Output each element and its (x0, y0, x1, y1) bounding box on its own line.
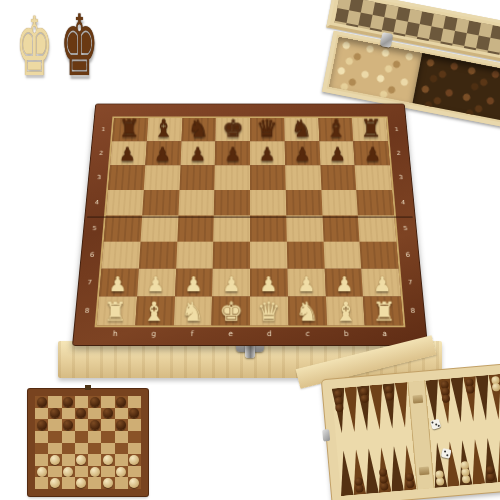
checkers-square (128, 466, 141, 478)
checker-piece-dark (90, 420, 100, 430)
checkers-square (75, 454, 88, 466)
board-square (250, 215, 287, 241)
checkers-square (101, 431, 114, 443)
checker-piece-light (129, 478, 139, 488)
hinge-icon (419, 466, 430, 475)
checkers-square (115, 454, 128, 466)
chess-piece-dark-k: ♚ (222, 117, 244, 141)
product-photo-canvas: { "game": "chess (3-in-1 folding wooden … (0, 0, 500, 500)
rank-label: 4 (90, 190, 103, 215)
checkers-square (101, 396, 114, 408)
checkers-square (88, 431, 101, 443)
chess-piece-dark-q: ♛ (256, 117, 278, 141)
clasp-icon (322, 429, 330, 442)
checkers-square (128, 431, 141, 443)
file-labels: hgfedcba (95, 329, 404, 341)
checker-piece-light (50, 478, 60, 488)
chess-piece-light-r: ♜ (372, 298, 396, 325)
rank-label: 1 (97, 118, 110, 141)
backgammon-point (344, 386, 361, 432)
chess-piece-light-b: ♝ (142, 298, 166, 325)
board-square (179, 165, 215, 190)
board-square: ♞ (284, 118, 319, 141)
rank-label: 2 (95, 141, 108, 165)
board-square: ♜ (352, 118, 388, 141)
checker-piece-light (76, 478, 86, 488)
checkers-square (128, 419, 141, 431)
chess-piece-light-p: ♟ (335, 275, 353, 295)
checker-piece-dark (116, 397, 126, 407)
backgammon-point (337, 450, 354, 496)
checker-piece-light (63, 467, 73, 477)
board-square (214, 190, 250, 215)
board-square (322, 215, 360, 241)
board-square: ♟ (353, 141, 389, 165)
rank-label: 2 (392, 141, 405, 165)
board-square (323, 242, 361, 269)
board-square: ♚ (216, 118, 250, 141)
checkers-square (35, 408, 48, 420)
checkers-square (101, 454, 114, 466)
checker-piece-dark (90, 397, 100, 407)
board-frame: 12345678 12345678 hgfedcba ♜♝♞♚♛♞♝♜♟♟♟♟♟… (72, 104, 428, 346)
board-square: ♟ (284, 141, 319, 165)
board-square: ♟ (180, 141, 215, 165)
checker-piece-dark (50, 408, 60, 418)
backgammon-points-row (337, 444, 417, 496)
chess-piece-light-p: ♟ (147, 275, 165, 295)
board-square: ♟ (110, 141, 146, 165)
board-square (285, 165, 321, 190)
chess-squares-grid: ♜♝♞♚♛♞♝♜♟♟♟♟♟♟♟♟♟♟♟♟♟♟♟♟♜♝♞♚♛♞♝♜ (97, 118, 404, 325)
checkers-square (75, 477, 88, 489)
board-square: ♟ (145, 141, 181, 165)
chess-piece-light-p: ♟ (109, 275, 127, 295)
checkers-square (62, 419, 75, 431)
checkers-square (48, 431, 61, 443)
board-square: ♟ (250, 269, 288, 297)
chess-piece-light-p: ♟ (373, 275, 391, 295)
board-square: ♟ (287, 269, 325, 297)
checkers-square (35, 419, 48, 431)
board-square (358, 215, 396, 241)
file-label: h (95, 329, 134, 341)
checkers-board-view (28, 389, 148, 496)
board-square (287, 242, 325, 269)
checkers-square (88, 477, 101, 489)
rank-label: 7 (83, 269, 97, 297)
rank-label: 4 (397, 190, 410, 215)
board-square (139, 242, 177, 269)
checkers-square (62, 443, 75, 455)
chess-piece-dark-r: ♜ (360, 117, 382, 141)
rank-label: 7 (403, 269, 417, 297)
board-square: ♟ (361, 269, 400, 297)
checkers-square (62, 431, 75, 443)
chess-piece-light-p: ♟ (222, 275, 240, 295)
checkers-square (128, 396, 141, 408)
board-square: ♝ (318, 118, 353, 141)
checker-piece-light (129, 455, 139, 465)
checker-piece-dark (103, 408, 113, 418)
chess-piece-dark-p: ♟ (154, 146, 171, 165)
board-square: ♜ (363, 297, 403, 326)
checkers-square (35, 454, 48, 466)
chess-piece-light-n: ♞ (181, 298, 205, 325)
board-square: ♟ (250, 141, 285, 165)
checker-piece-light (116, 467, 126, 477)
board-square (144, 165, 181, 190)
board-square: ♟ (99, 269, 138, 297)
board-square (356, 190, 394, 215)
board-square (176, 242, 214, 269)
checkers-square (88, 443, 101, 455)
checkers-square (115, 477, 128, 489)
checkers-square (35, 431, 48, 443)
chess-piece-light-n: ♞ (295, 298, 319, 325)
backgammon-points-row (332, 382, 412, 434)
checkers-square (48, 454, 61, 466)
board-square (215, 165, 250, 190)
chess-piece-dark-p: ♟ (294, 146, 311, 165)
file-label: d (250, 329, 289, 341)
chess-piece-dark-b: ♝ (325, 117, 347, 141)
checkers-square (48, 396, 61, 408)
chess-piece-dark-p: ♟ (189, 146, 206, 165)
checkers-square (128, 454, 141, 466)
checkers-square (101, 408, 114, 420)
chess-piece-dark-r: ♜ (119, 117, 141, 141)
rank-label: 3 (92, 165, 105, 190)
checkers-square (48, 477, 61, 489)
file-label: b (327, 329, 366, 341)
checkers-square (48, 408, 61, 420)
board-square: ♞ (181, 118, 216, 141)
checkers-square (62, 396, 75, 408)
board-square: ♚ (212, 297, 250, 326)
checker-piece-light (76, 455, 86, 465)
checkers-square (62, 477, 75, 489)
checkers-square (101, 443, 114, 455)
board-square (104, 215, 142, 241)
backgammon-half-left (332, 382, 417, 496)
chess-piece-dark-n: ♞ (188, 117, 210, 141)
checkers-square (88, 419, 101, 431)
chess-piece-dark-p: ♟ (364, 146, 381, 165)
board-square: ♞ (288, 297, 327, 326)
board-square (285, 190, 322, 215)
chess-piece-light-p: ♟ (260, 275, 278, 295)
chess-piece-light-p: ♟ (184, 275, 202, 295)
chess-piece-dark-p: ♟ (119, 146, 136, 165)
chess-piece-dark-p: ♟ (224, 146, 241, 165)
checkers-square (75, 419, 88, 431)
file-label: a (365, 329, 404, 341)
checkers-square (35, 396, 48, 408)
file-label: f (173, 329, 212, 341)
backgammon-point (469, 438, 486, 484)
board-square (286, 215, 323, 241)
board-square (250, 242, 287, 269)
checker-piece-light (37, 467, 47, 477)
backgammon-point (362, 448, 379, 494)
checkers-square (88, 454, 101, 466)
board-square: ♛ (250, 297, 288, 326)
board-square (250, 190, 286, 215)
backgammon-point (451, 377, 468, 423)
hinge-icon (413, 395, 424, 404)
checkers-square (115, 408, 128, 420)
rank-label: 8 (406, 297, 420, 326)
checkers-square (35, 477, 48, 489)
checkers-square (128, 477, 141, 489)
chess-piece-dark-b: ♝ (153, 117, 175, 141)
chess-piece-light-p: ♟ (297, 275, 315, 295)
rank-label: 3 (394, 165, 407, 190)
board-square (213, 242, 250, 269)
checkers-square (35, 443, 48, 455)
backgammon-point (425, 379, 442, 425)
checkers-square (62, 408, 75, 420)
chess-piece-light-b: ♝ (334, 298, 358, 325)
checkers-square (48, 443, 61, 455)
backgammon-checker-light (491, 383, 500, 392)
checkers-square (115, 396, 128, 408)
board-square (142, 190, 179, 215)
board-square (178, 190, 215, 215)
board-square: ♜ (112, 118, 148, 141)
board-square: ♟ (175, 269, 213, 297)
checker-piece-light (50, 455, 60, 465)
checkers-square (115, 419, 128, 431)
rank-label: 8 (80, 297, 94, 326)
backgammon-points-row (425, 374, 500, 426)
board-square (213, 215, 250, 241)
board-square: ♜ (97, 297, 137, 326)
rank-label: 5 (399, 215, 413, 241)
checker-piece-dark (76, 408, 86, 418)
checker-piece-light (90, 467, 100, 477)
checker-piece-dark (37, 420, 47, 430)
board-square (101, 242, 140, 269)
file-label: e (211, 329, 250, 341)
checker-piece-dark (63, 420, 73, 430)
checkers-grid (35, 396, 141, 489)
checker-piece-light (103, 455, 113, 465)
checker-piece-dark (63, 397, 73, 407)
main-chess-board: 12345678 12345678 hgfedcba ♜♝♞♚♛♞♝♜♟♟♟♟♟… (72, 104, 428, 346)
board-square: ♟ (215, 141, 250, 165)
checkers-square (101, 419, 114, 431)
checkers-square (75, 396, 88, 408)
board-square: ♟ (324, 269, 363, 297)
board-square (177, 215, 214, 241)
checkers-square (115, 431, 128, 443)
board-square (355, 165, 392, 190)
checkers-square (75, 443, 88, 455)
checkers-square (48, 466, 61, 478)
board-square (140, 215, 178, 241)
board-square (321, 190, 358, 215)
checker-piece-dark (116, 420, 126, 430)
checkers-square (48, 419, 61, 431)
file-label: c (288, 329, 327, 341)
checkers-square (75, 466, 88, 478)
checkers-square (128, 443, 141, 455)
chess-piece-light-q: ♛ (257, 298, 281, 325)
board-square: ♟ (319, 141, 355, 165)
board-square: ♝ (135, 297, 175, 326)
checkers-square (101, 466, 114, 478)
checkers-square (115, 466, 128, 478)
board-square: ♟ (212, 269, 250, 297)
backgammon-point (369, 384, 386, 430)
chess-piece-dark-n: ♞ (291, 117, 313, 141)
chess-piece-light-r: ♜ (104, 298, 128, 325)
board-square: ♟ (137, 269, 176, 297)
checkers-square (115, 443, 128, 455)
checkers-square (101, 477, 114, 489)
checkers-square (62, 466, 75, 478)
chess-piece-dark-p: ♟ (329, 146, 346, 165)
chess-piece-light-k: ♚ (219, 298, 243, 325)
backgammon-point (388, 445, 405, 491)
chess-piece-dark-p: ♟ (259, 146, 276, 165)
backgammon-point (443, 441, 460, 487)
checkers-square (75, 408, 88, 420)
board-square: ♝ (147, 118, 182, 141)
mini-latch-icon (85, 385, 91, 390)
board-square (360, 242, 399, 269)
checkers-square (35, 466, 48, 478)
backgammon-point (476, 375, 493, 421)
rank-label: 5 (88, 215, 102, 241)
board-square: ♛ (250, 118, 284, 141)
checkers-square (88, 396, 101, 408)
checkers-square (62, 454, 75, 466)
board-square: ♝ (325, 297, 365, 326)
rank-label: 6 (401, 242, 415, 269)
board-square (320, 165, 357, 190)
board-square (250, 165, 285, 190)
board-square (108, 165, 145, 190)
board-square: ♞ (173, 297, 212, 326)
checkers-square (75, 431, 88, 443)
backgammon-box-view (322, 364, 500, 500)
backgammon-half-right (425, 374, 500, 488)
checker-piece-dark (129, 408, 139, 418)
checker-piece-dark (37, 397, 47, 407)
checkers-square (128, 408, 141, 420)
rank-label: 6 (85, 242, 99, 269)
checker-piece-light (103, 478, 113, 488)
file-label: g (134, 329, 173, 341)
rank-label: 1 (390, 118, 403, 141)
checkers-square (88, 466, 101, 478)
checkers-square (88, 408, 101, 420)
board-square (106, 190, 144, 215)
